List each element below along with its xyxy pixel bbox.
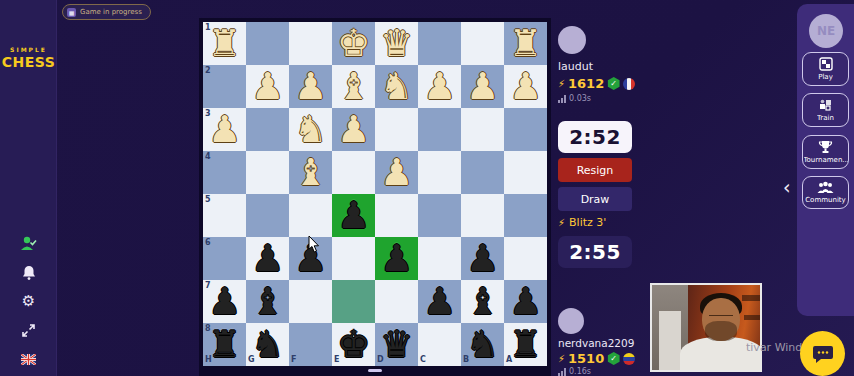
game-status-badge: ▦ Game in progress bbox=[62, 4, 151, 20]
square-e6[interactable] bbox=[332, 237, 375, 280]
square-e3[interactable]: ♟ bbox=[332, 108, 375, 151]
nav-tournaments-button[interactable]: Tournamen... bbox=[802, 135, 849, 169]
square-g7[interactable]: ♝ bbox=[246, 280, 289, 323]
square-c4[interactable] bbox=[418, 151, 461, 194]
white-pawn[interactable]: ♟ bbox=[509, 65, 542, 108]
square-d6[interactable]: ♟ bbox=[375, 237, 418, 280]
square-c6[interactable] bbox=[418, 237, 461, 280]
square-e8[interactable]: E♚ bbox=[332, 323, 375, 366]
webcam-shelf bbox=[742, 295, 762, 301]
avatar-initials: NE bbox=[817, 24, 835, 38]
square-a8[interactable]: A♜ bbox=[504, 323, 547, 366]
webcam-video[interactable] bbox=[650, 283, 762, 372]
square-g3[interactable] bbox=[246, 108, 289, 151]
nav-play-button[interactable]: Play bbox=[802, 52, 849, 86]
opponent-country-flag bbox=[623, 78, 635, 90]
square-d8[interactable]: D♛ bbox=[375, 323, 418, 366]
black-rook[interactable]: ♜ bbox=[208, 323, 241, 366]
square-h2[interactable]: 2 bbox=[203, 65, 246, 108]
board-drawer-handle[interactable] bbox=[368, 369, 382, 372]
square-a6[interactable] bbox=[504, 237, 547, 280]
black-rook[interactable]: ♜ bbox=[509, 323, 542, 366]
rank-label: 4 bbox=[205, 153, 211, 161]
user-avatar[interactable]: NE bbox=[809, 14, 843, 48]
opponent-clock: 2:52 bbox=[558, 121, 632, 153]
player-name[interactable]: nerdvana2209 bbox=[558, 337, 634, 349]
square-g6[interactable]: ♟ bbox=[246, 237, 289, 280]
nav-train-label: Train bbox=[817, 114, 834, 122]
black-pawn[interactable]: ♟ bbox=[466, 237, 499, 280]
file-label: D bbox=[377, 356, 384, 364]
play-board-icon bbox=[819, 57, 833, 71]
chat-bubble-button[interactable] bbox=[800, 331, 845, 376]
white-bishop[interactable]: ♝ bbox=[294, 151, 327, 194]
square-a1[interactable]: ♜ bbox=[504, 22, 547, 65]
square-c1[interactable] bbox=[418, 22, 461, 65]
square-h4[interactable]: 4 bbox=[203, 151, 246, 194]
black-knight[interactable]: ♞ bbox=[466, 323, 499, 366]
white-bishop[interactable]: ♝ bbox=[337, 65, 370, 108]
white-king[interactable]: ♚ bbox=[337, 22, 370, 65]
rank-label: 1 bbox=[205, 24, 211, 32]
white-rook[interactable]: ♜ bbox=[208, 22, 241, 65]
black-knight[interactable]: ♞ bbox=[251, 323, 284, 366]
logo-top-text: SIMPLE bbox=[0, 46, 57, 53]
community-people-icon bbox=[817, 181, 834, 194]
blitz-bolt-icon: ⚡ bbox=[558, 78, 565, 89]
online-status-icon[interactable] bbox=[20, 234, 38, 252]
player-clock: 2:55 bbox=[558, 236, 632, 268]
square-f1[interactable] bbox=[289, 22, 332, 65]
opponent-latency: 0.03s bbox=[569, 94, 591, 103]
square-h3[interactable]: 3♟ bbox=[203, 108, 246, 151]
square-h5[interactable]: 5 bbox=[203, 194, 246, 237]
white-pawn[interactable]: ♟ bbox=[423, 65, 456, 108]
square-c7[interactable]: ♟ bbox=[418, 280, 461, 323]
square-c3[interactable] bbox=[418, 108, 461, 151]
square-d2[interactable]: ♞ bbox=[375, 65, 418, 108]
nav-community-label: Community bbox=[805, 196, 846, 204]
time-control-label: Blitz 3' bbox=[569, 216, 606, 229]
black-king[interactable]: ♚ bbox=[337, 323, 370, 366]
black-queen[interactable]: ♛ bbox=[380, 323, 413, 366]
square-g4[interactable] bbox=[246, 151, 289, 194]
webcam-person-beard bbox=[705, 321, 737, 341]
game-status-label: Game in progress bbox=[80, 8, 142, 16]
black-pawn[interactable]: ♟ bbox=[251, 237, 284, 280]
white-pawn[interactable]: ♟ bbox=[294, 65, 327, 108]
verified-badge-icon: ✓ bbox=[607, 77, 620, 90]
chess-board[interactable]: 1♜♚♛♜2♟♟♝♞♟♟♟3♟♞♟4♝♟5♟6♟♟♟♟7♟♝♟♝♟8H♜G♞FE… bbox=[203, 22, 547, 366]
white-pawn[interactable]: ♟ bbox=[251, 65, 284, 108]
trophy-icon bbox=[818, 140, 833, 154]
square-f5[interactable] bbox=[289, 194, 332, 237]
black-pawn[interactable]: ♟ bbox=[423, 280, 456, 323]
left-sidebar: SIMPLE CHESS ⚙ bbox=[0, 0, 57, 376]
nav-tournaments-label: Tournamen... bbox=[804, 156, 848, 164]
black-bishop[interactable]: ♝ bbox=[251, 280, 284, 323]
white-queen[interactable]: ♛ bbox=[380, 22, 413, 65]
white-pawn[interactable]: ♟ bbox=[337, 108, 370, 151]
file-label: F bbox=[291, 356, 296, 364]
black-pawn[interactable]: ♟ bbox=[294, 237, 327, 280]
square-e2[interactable]: ♝ bbox=[332, 65, 375, 108]
square-b2[interactable]: ♟ bbox=[461, 65, 504, 108]
nav-play-label: Play bbox=[818, 73, 833, 81]
square-g2[interactable]: ♟ bbox=[246, 65, 289, 108]
language-flag-icon[interactable] bbox=[20, 350, 38, 368]
nav-train-button[interactable]: Train bbox=[802, 93, 849, 127]
time-control-bolt-icon: ⚡ bbox=[558, 217, 565, 228]
square-c2[interactable]: ♟ bbox=[418, 65, 461, 108]
square-h8[interactable]: 8H♜ bbox=[203, 323, 246, 366]
square-a2[interactable]: ♟ bbox=[504, 65, 547, 108]
square-a3[interactable] bbox=[504, 108, 547, 151]
rank-label: 3 bbox=[205, 110, 211, 118]
square-f8[interactable]: F bbox=[289, 323, 332, 366]
square-d3[interactable] bbox=[375, 108, 418, 151]
white-pawn[interactable]: ♟ bbox=[466, 65, 499, 108]
rank-label: 6 bbox=[205, 239, 211, 247]
webcam-fridge bbox=[659, 311, 681, 372]
square-e7[interactable] bbox=[332, 280, 375, 323]
square-b6[interactable]: ♟ bbox=[461, 237, 504, 280]
resign-button[interactable]: Resign bbox=[558, 158, 632, 182]
square-g1[interactable] bbox=[246, 22, 289, 65]
app-logo[interactable]: SIMPLE CHESS bbox=[0, 46, 57, 70]
webcam-person-eyes bbox=[709, 315, 733, 317]
square-h1[interactable]: 1♜ bbox=[203, 22, 246, 65]
square-d7[interactable] bbox=[375, 280, 418, 323]
black-pawn[interactable]: ♟ bbox=[208, 280, 241, 323]
nav-community-button[interactable]: Community bbox=[802, 176, 849, 209]
square-b1[interactable] bbox=[461, 22, 504, 65]
square-b5[interactable] bbox=[461, 194, 504, 237]
latency-signal-icon bbox=[558, 95, 566, 103]
square-f4[interactable]: ♝ bbox=[289, 151, 332, 194]
square-b4[interactable] bbox=[461, 151, 504, 194]
square-f7[interactable] bbox=[289, 280, 332, 323]
black-pawn[interactable]: ♟ bbox=[380, 237, 413, 280]
square-a7[interactable]: ♟ bbox=[504, 280, 547, 323]
square-b7[interactable]: ♝ bbox=[461, 280, 504, 323]
square-d1[interactable]: ♛ bbox=[375, 22, 418, 65]
blitz-bolt-icon: ⚡ bbox=[558, 353, 565, 364]
train-puzzle-icon bbox=[819, 98, 833, 112]
notifications-bell-icon[interactable] bbox=[20, 263, 38, 281]
square-c5[interactable] bbox=[418, 194, 461, 237]
file-label: C bbox=[420, 356, 426, 364]
logo-bottom-text: CHESS bbox=[0, 54, 57, 70]
webcam-shelf bbox=[744, 315, 762, 320]
square-h7[interactable]: 7♟ bbox=[203, 280, 246, 323]
board-mini-icon: ▦ bbox=[67, 8, 76, 17]
white-knight[interactable]: ♞ bbox=[380, 65, 413, 108]
verified-badge-icon: ✓ bbox=[607, 352, 620, 365]
board-frame: 1♜♚♛♜2♟♟♝♞♟♟♟3♟♞♟4♝♟5♟6♟♟♟♟7♟♝♟♝♟8H♜G♞FE… bbox=[199, 18, 551, 376]
player-avatar[interactable] bbox=[558, 308, 584, 334]
white-pawn[interactable]: ♟ bbox=[208, 108, 241, 151]
settings-gear-icon[interactable]: ⚙ bbox=[20, 292, 38, 310]
player-latency: 0.16s bbox=[569, 367, 591, 376]
square-a4[interactable] bbox=[504, 151, 547, 194]
square-e1[interactable]: ♚ bbox=[332, 22, 375, 65]
rank-label: 2 bbox=[205, 67, 211, 75]
square-f6[interactable]: ♟ bbox=[289, 237, 332, 280]
square-a5[interactable] bbox=[504, 194, 547, 237]
square-d5[interactable] bbox=[375, 194, 418, 237]
file-label: A bbox=[506, 356, 512, 364]
square-c8[interactable]: C bbox=[418, 323, 461, 366]
file-label: H bbox=[205, 356, 212, 364]
file-label: B bbox=[463, 356, 469, 364]
chat-bubble-icon bbox=[812, 344, 834, 364]
square-e5[interactable]: ♟ bbox=[332, 194, 375, 237]
square-f2[interactable]: ♟ bbox=[289, 65, 332, 108]
app-window: SIMPLE CHESS ⚙ ▦ Game in progress 1♜♚♛♜2… bbox=[0, 0, 854, 376]
rank-label: 7 bbox=[205, 282, 211, 290]
white-pawn[interactable]: ♟ bbox=[380, 151, 413, 194]
file-label: E bbox=[334, 356, 339, 364]
black-pawn[interactable]: ♟ bbox=[337, 194, 370, 237]
collapse-panel-chevron[interactable]: ‹ bbox=[783, 176, 791, 198]
fullscreen-expand-icon[interactable] bbox=[20, 321, 38, 339]
square-e4[interactable] bbox=[332, 151, 375, 194]
white-rook[interactable]: ♜ bbox=[509, 22, 542, 65]
opponent-avatar[interactable] bbox=[558, 26, 586, 54]
player-country-flag bbox=[623, 353, 635, 365]
black-pawn[interactable]: ♟ bbox=[509, 280, 542, 323]
opponent-name[interactable]: laudut bbox=[558, 60, 593, 73]
draw-button[interactable]: Draw bbox=[558, 187, 632, 211]
square-g8[interactable]: G♞ bbox=[246, 323, 289, 366]
square-b8[interactable]: B♞ bbox=[461, 323, 504, 366]
right-sidebar: NE Play Train Tournamen... Community bbox=[797, 4, 854, 316]
white-knight[interactable]: ♞ bbox=[294, 108, 327, 151]
square-d4[interactable]: ♟ bbox=[375, 151, 418, 194]
rank-label: 5 bbox=[205, 196, 211, 204]
square-b3[interactable] bbox=[461, 108, 504, 151]
opponent-rating: 1612 bbox=[568, 76, 604, 91]
square-g5[interactable] bbox=[246, 194, 289, 237]
black-bishop[interactable]: ♝ bbox=[466, 280, 499, 323]
square-h6[interactable]: 6 bbox=[203, 237, 246, 280]
file-label: G bbox=[248, 356, 255, 364]
square-f3[interactable]: ♞ bbox=[289, 108, 332, 151]
player-rating: 1510 bbox=[568, 351, 604, 366]
rank-label: 8 bbox=[205, 325, 211, 333]
latency-signal-icon bbox=[558, 368, 566, 376]
